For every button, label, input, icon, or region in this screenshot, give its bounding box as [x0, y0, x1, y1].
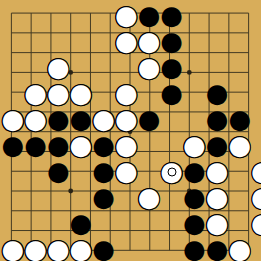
black-stone: ● — [138, 106, 161, 132]
black-stone: ● — [24, 132, 47, 158]
board-intersection[interactable]: ● — [47, 237, 70, 261]
black-stone: ● — [70, 210, 93, 236]
white-stone: ● — [70, 236, 93, 261]
white-stone: ● — [115, 106, 138, 132]
board-intersection[interactable]: ● — [47, 159, 70, 185]
board-intersection[interactable] — [138, 133, 161, 159]
white-stone: ● — [2, 106, 25, 132]
black-stone: ● — [160, 2, 183, 28]
board-intersection[interactable] — [206, 3, 229, 29]
board-intersection[interactable] — [183, 55, 206, 81]
white-stone: ● — [70, 132, 93, 158]
white-stone: ● — [206, 184, 229, 210]
board-intersection[interactable] — [2, 159, 25, 185]
black-stone: ● — [206, 80, 229, 106]
go-board: ●●●●●●●●●●●●●●●●●●●●●●●●●●●●●●●●●●●●●●●●… — [0, 0, 261, 261]
board-intersection[interactable] — [160, 107, 183, 133]
black-stone: ● — [47, 106, 70, 132]
board-intersection[interactable] — [160, 211, 183, 237]
board-intersection[interactable] — [183, 3, 206, 29]
board-intersection[interactable]: ● — [138, 185, 161, 211]
white-stone: ● — [92, 106, 115, 132]
white-stone: ● — [251, 210, 261, 236]
board-intersection[interactable]: ● — [115, 29, 138, 55]
black-stone: ● — [160, 54, 183, 80]
white-stone: ● — [24, 80, 47, 106]
black-stone: ● — [228, 106, 251, 132]
black-stone: ● — [160, 28, 183, 54]
board-intersection[interactable] — [47, 3, 70, 29]
board-intersection[interactable] — [228, 185, 251, 211]
board-intersection[interactable]: ● — [160, 81, 183, 107]
black-stone: ● — [47, 158, 70, 184]
board-intersection[interactable] — [115, 237, 138, 261]
white-stone: ● — [206, 158, 229, 184]
board-intersection[interactable] — [138, 237, 161, 261]
black-stone: ● — [92, 236, 115, 261]
board-intersection[interactable] — [228, 55, 251, 81]
board-intersection[interactable] — [92, 3, 115, 29]
board-intersection[interactable]: ● — [70, 237, 93, 261]
board-intersection[interactable]: ● — [206, 237, 229, 261]
white-stone: ● — [251, 184, 261, 210]
board-intersection[interactable]: ● — [92, 185, 115, 211]
white-stone: ● — [183, 132, 206, 158]
black-stone: ● — [70, 106, 93, 132]
board-intersection[interactable] — [206, 29, 229, 55]
white-stone: ● — [115, 80, 138, 106]
board-intersection[interactable]: ● — [251, 211, 261, 237]
white-stone: ● — [115, 2, 138, 28]
board-intersection[interactable]: ● — [115, 159, 138, 185]
board-intersection[interactable]: ● — [24, 237, 47, 261]
board-intersection[interactable] — [92, 29, 115, 55]
board-intersection[interactable] — [115, 185, 138, 211]
white-stone: ● — [251, 158, 261, 184]
black-stone: ● — [138, 2, 161, 28]
board-intersection[interactable] — [47, 185, 70, 211]
white-stone: ● — [47, 236, 70, 261]
board-intersection[interactable] — [183, 29, 206, 55]
board-grid: ●●●●●●●●●●●●●●●●●●●●●●●●●●●●●●●●●●●●●●●●… — [2, 3, 259, 260]
board-intersection[interactable] — [251, 81, 261, 107]
board-intersection[interactable] — [24, 3, 47, 29]
black-stone: ● — [206, 236, 229, 261]
board-intersection[interactable]: ● — [2, 133, 25, 159]
board-intersection[interactable]: ● — [228, 133, 251, 159]
board-intersection[interactable] — [24, 29, 47, 55]
white-stone: ● — [115, 132, 138, 158]
white-stone: ● — [47, 54, 70, 80]
white-stone: ● — [47, 80, 70, 106]
black-stone: ● — [2, 132, 25, 158]
board-intersection[interactable] — [24, 159, 47, 185]
board-intersection[interactable] — [183, 81, 206, 107]
board-intersection[interactable] — [2, 185, 25, 211]
board-intersection[interactable]: ● — [183, 237, 206, 261]
board-intersection[interactable] — [228, 29, 251, 55]
board-intersection[interactable] — [92, 55, 115, 81]
board-intersection[interactable]: ● — [70, 133, 93, 159]
black-stone: ● — [183, 236, 206, 261]
go-app-window: ●●●●●●●●●●●●●●●●●●●●●●●●●●●●●●●●●●●●●●●●… — [0, 0, 261, 261]
board-intersection[interactable]: ● — [138, 55, 161, 81]
black-stone: ● — [206, 106, 229, 132]
white-stone-last-move: ● — [160, 158, 183, 184]
board-intersection[interactable] — [70, 29, 93, 55]
board-intersection[interactable] — [70, 159, 93, 185]
board-intersection[interactable]: ● — [228, 237, 251, 261]
board-intersection[interactable]: ● — [138, 107, 161, 133]
board-intersection[interactable]: ● — [92, 237, 115, 261]
black-stone: ● — [92, 158, 115, 184]
board-intersection[interactable] — [251, 55, 261, 81]
board-intersection[interactable] — [2, 29, 25, 55]
board-intersection[interactable] — [24, 185, 47, 211]
white-stone: ● — [24, 106, 47, 132]
black-stone: ● — [183, 184, 206, 210]
black-stone: ● — [160, 80, 183, 106]
black-stone: ● — [183, 210, 206, 236]
board-intersection[interactable] — [228, 159, 251, 185]
black-stone: ● — [183, 158, 206, 184]
board-intersection[interactable]: ● — [160, 159, 183, 185]
board-intersection[interactable] — [2, 3, 25, 29]
board-intersection[interactable]: ● — [24, 133, 47, 159]
board-intersection[interactable] — [115, 211, 138, 237]
black-stone: ● — [206, 132, 229, 158]
board-intersection[interactable] — [160, 185, 183, 211]
board-intersection[interactable] — [138, 211, 161, 237]
white-stone: ● — [228, 236, 251, 261]
white-stone: ● — [138, 184, 161, 210]
white-stone: ● — [115, 28, 138, 54]
board-intersection[interactable] — [251, 237, 261, 261]
white-stone: ● — [115, 158, 138, 184]
board-intersection[interactable]: ● — [2, 237, 25, 261]
white-stone: ● — [2, 236, 25, 261]
black-stone: ● — [92, 184, 115, 210]
white-stone: ● — [206, 210, 229, 236]
white-stone: ● — [138, 28, 161, 54]
white-stone: ● — [138, 54, 161, 80]
board-intersection[interactable] — [251, 3, 261, 29]
white-stone: ● — [228, 132, 251, 158]
black-stone: ● — [92, 132, 115, 158]
board-intersection[interactable] — [251, 107, 261, 133]
black-stone: ● — [47, 132, 70, 158]
board-intersection[interactable] — [251, 29, 261, 55]
board-intersection[interactable] — [2, 55, 25, 81]
white-stone: ● — [24, 236, 47, 261]
white-stone: ● — [70, 80, 93, 106]
board-intersection[interactable] — [228, 3, 251, 29]
board-intersection[interactable] — [160, 237, 183, 261]
board-intersection[interactable] — [70, 3, 93, 29]
